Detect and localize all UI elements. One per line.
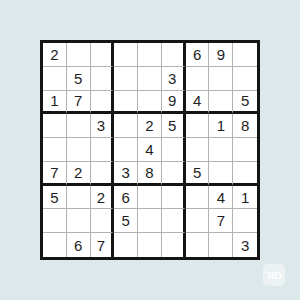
sudoku-cell-empty[interactable]	[209, 233, 233, 257]
sudoku-cell-given: 9	[209, 43, 233, 67]
sudoku-cell-empty[interactable]	[162, 43, 186, 67]
sudoku-cell-empty[interactable]	[186, 233, 210, 257]
sudoku-cell-empty[interactable]	[43, 114, 67, 138]
sudoku-cell-empty[interactable]	[91, 67, 115, 91]
sudoku-cell-given: 7	[67, 91, 91, 115]
sudoku-cell-empty[interactable]	[209, 162, 233, 186]
sudoku-cell-empty[interactable]	[209, 91, 233, 115]
sudoku-cell-empty[interactable]	[114, 138, 138, 162]
sudoku-cell-empty[interactable]	[162, 138, 186, 162]
sudoku-cell-empty[interactable]	[186, 186, 210, 210]
sudoku-cell-empty[interactable]	[162, 186, 186, 210]
sudoku-cell-given: 3	[114, 162, 138, 186]
sudoku-cell-empty[interactable]	[209, 67, 233, 91]
sudoku-cell-given: 7	[43, 162, 67, 186]
sudoku-cell-empty[interactable]	[114, 114, 138, 138]
sudoku-cell-empty[interactable]	[114, 91, 138, 115]
sudoku-cell-empty[interactable]	[233, 209, 257, 233]
sudoku-cell-given: 2	[43, 43, 67, 67]
sudoku-cell-given: 2	[67, 162, 91, 186]
sudoku-cell-given: 7	[209, 209, 233, 233]
sudoku-cell-given: 1	[233, 186, 257, 210]
sudoku-cell-given: 5	[186, 162, 210, 186]
sudoku-cell-empty[interactable]	[186, 67, 210, 91]
sudoku-cell-given: 5	[67, 67, 91, 91]
sudoku-cell-empty[interactable]	[233, 67, 257, 91]
sudoku-cell-empty[interactable]	[114, 43, 138, 67]
sudoku-cell-given: 4	[138, 138, 162, 162]
sudoku-cell-given: 3	[233, 233, 257, 257]
sudoku-page: 2695317945325184723855264157673 RD	[0, 0, 300, 300]
sudoku-cell-empty[interactable]	[209, 138, 233, 162]
sudoku-cell-empty[interactable]	[138, 209, 162, 233]
sudoku-cell-empty[interactable]	[138, 233, 162, 257]
sudoku-cell-empty[interactable]	[162, 162, 186, 186]
sudoku-cell-empty[interactable]	[67, 43, 91, 67]
sudoku-cell-empty[interactable]	[138, 91, 162, 115]
sudoku-cell-empty[interactable]	[67, 186, 91, 210]
sudoku-cell-given: 8	[138, 162, 162, 186]
sudoku-cell-given: 5	[233, 91, 257, 115]
sudoku-cell-given: 9	[162, 91, 186, 115]
sudoku-cell-empty[interactable]	[43, 209, 67, 233]
sudoku-cell-given: 1	[43, 91, 67, 115]
sudoku-cell-given: 6	[67, 233, 91, 257]
sudoku-cell-given: 4	[186, 91, 210, 115]
sudoku-cell-empty[interactable]	[114, 67, 138, 91]
rd-watermark-badge: RD	[263, 264, 285, 286]
sudoku-cell-empty[interactable]	[138, 67, 162, 91]
sudoku-cell-empty[interactable]	[162, 209, 186, 233]
sudoku-cell-empty[interactable]	[67, 138, 91, 162]
sudoku-cell-given: 2	[138, 114, 162, 138]
sudoku-cell-given: 6	[114, 186, 138, 210]
sudoku-cell-empty[interactable]	[91, 43, 115, 67]
sudoku-cell-given: 5	[43, 186, 67, 210]
sudoku-cell-given: 6	[186, 43, 210, 67]
sudoku-cell-empty[interactable]	[186, 114, 210, 138]
sudoku-cell-empty[interactable]	[91, 209, 115, 233]
sudoku-cell-empty[interactable]	[67, 114, 91, 138]
sudoku-cell-given: 8	[233, 114, 257, 138]
sudoku-cell-empty[interactable]	[43, 138, 67, 162]
sudoku-cell-empty[interactable]	[186, 209, 210, 233]
sudoku-cell-given: 7	[91, 233, 115, 257]
sudoku-cell-empty[interactable]	[186, 138, 210, 162]
sudoku-board: 2695317945325184723855264157673	[40, 40, 260, 260]
sudoku-cell-given: 5	[114, 209, 138, 233]
sudoku-cell-empty[interactable]	[91, 162, 115, 186]
sudoku-cell-empty[interactable]	[91, 91, 115, 115]
sudoku-cell-empty[interactable]	[67, 209, 91, 233]
sudoku-cell-given: 1	[209, 114, 233, 138]
sudoku-cell-empty[interactable]	[114, 233, 138, 257]
sudoku-cell-empty[interactable]	[138, 43, 162, 67]
sudoku-cell-given: 4	[209, 186, 233, 210]
sudoku-cell-empty[interactable]	[91, 138, 115, 162]
sudoku-cell-given: 2	[91, 186, 115, 210]
sudoku-cell-empty[interactable]	[233, 138, 257, 162]
sudoku-cell-empty[interactable]	[138, 186, 162, 210]
sudoku-cell-empty[interactable]	[43, 67, 67, 91]
sudoku-cell-empty[interactable]	[162, 233, 186, 257]
sudoku-cell-given: 3	[91, 114, 115, 138]
sudoku-cell-empty[interactable]	[43, 233, 67, 257]
sudoku-cell-empty[interactable]	[233, 43, 257, 67]
sudoku-cell-empty[interactable]	[233, 162, 257, 186]
sudoku-cell-given: 3	[162, 67, 186, 91]
sudoku-cell-given: 5	[162, 114, 186, 138]
